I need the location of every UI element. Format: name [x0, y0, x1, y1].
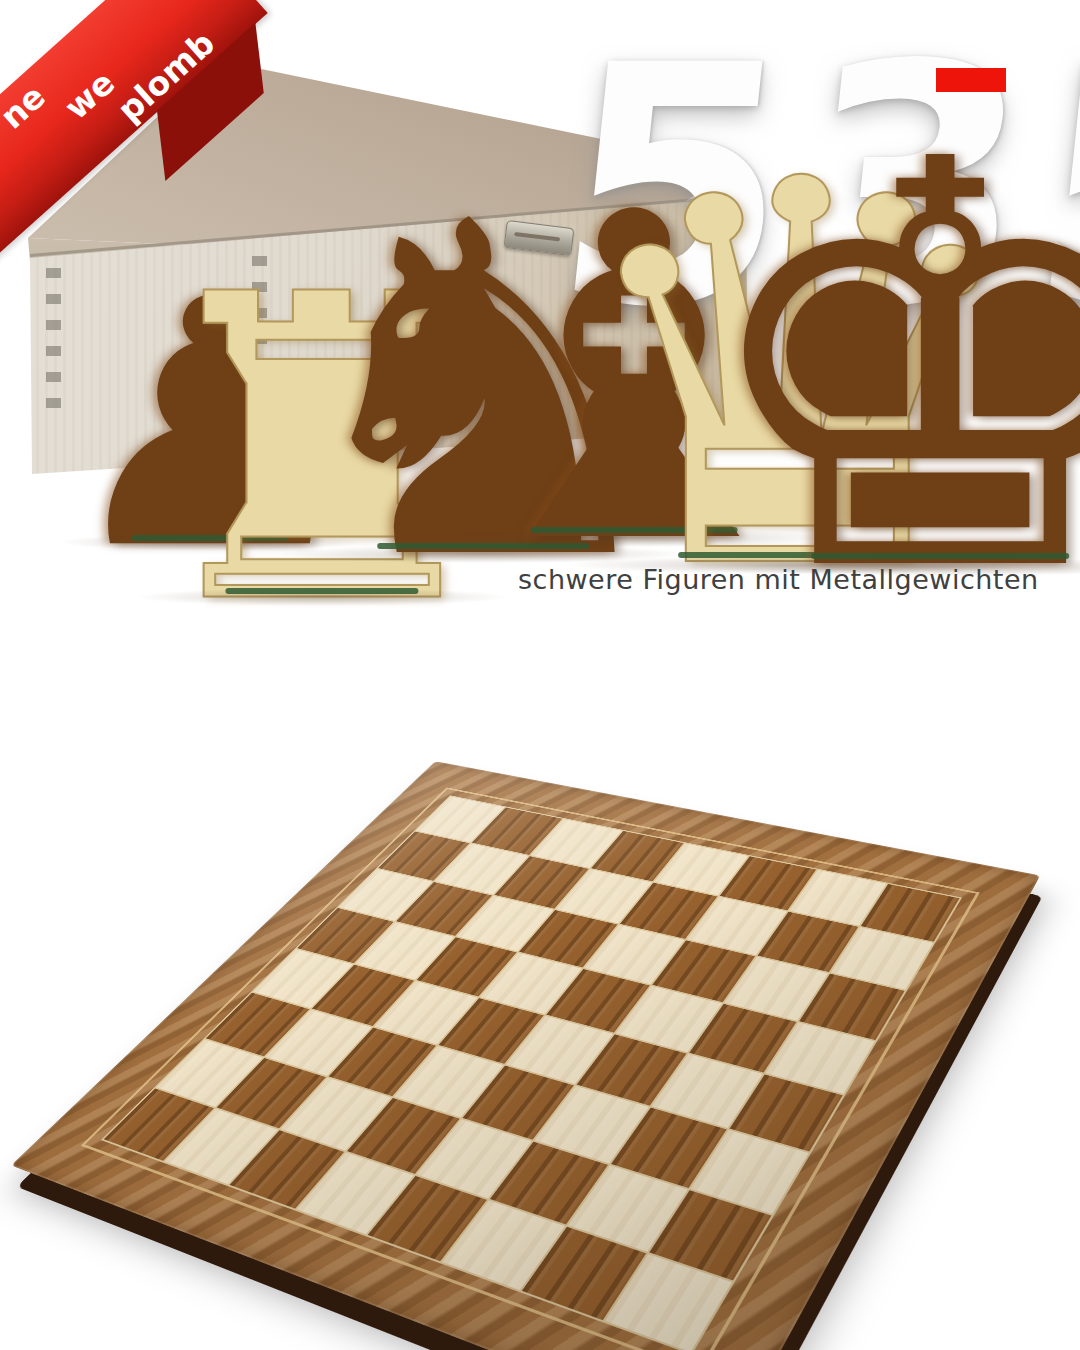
- board-square-e4: [506, 1016, 613, 1084]
- chessboard-scene: [11, 761, 1041, 1350]
- board-square-g2: [568, 1165, 688, 1251]
- board-square-g3: [611, 1108, 726, 1188]
- board-square-g5: [689, 1004, 796, 1073]
- board-square-h4: [729, 1074, 842, 1151]
- board-square-e2: [417, 1119, 532, 1198]
- board-square-f4: [577, 1034, 686, 1105]
- board-square-b1: [165, 1109, 278, 1184]
- felt-pad: [811, 553, 1069, 559]
- board-square-f2: [490, 1141, 607, 1224]
- board-square-h1: [605, 1254, 732, 1350]
- board-square-g4: [651, 1054, 762, 1128]
- pieces-photo-section: 535 ne we plomb ♟ ♜ ♞: [0, 0, 1080, 640]
- board-square-e1: [368, 1176, 488, 1262]
- product-page: 535 ne we plomb ♟ ♜ ♞: [0, 0, 1080, 1350]
- board-square-d2: [347, 1098, 460, 1174]
- ribbon-text-fragment: we: [59, 65, 120, 125]
- board-square-e3: [463, 1066, 574, 1140]
- board-square-a1: [104, 1088, 214, 1161]
- board-square-h3: [691, 1130, 809, 1213]
- chessboard: [11, 761, 1041, 1350]
- ribbon-text-fragment: plomb: [112, 26, 220, 128]
- board-square-c2: [280, 1077, 391, 1150]
- product-caption: schwere Figuren mit Metallgewichten: [518, 564, 1039, 595]
- red-color-swatch: [936, 68, 1006, 92]
- board-square-f1: [442, 1200, 564, 1289]
- board-square-f3: [535, 1086, 648, 1163]
- board-square-d3: [394, 1046, 503, 1117]
- ribbon-text-fragment: ne: [0, 79, 51, 134]
- board-square-g1: [521, 1226, 646, 1320]
- board-square-h2: [649, 1190, 771, 1280]
- board-square-c1: [229, 1130, 344, 1209]
- board-square-h5: [765, 1022, 874, 1094]
- board-square-h6: [799, 973, 905, 1040]
- board-square-d1: [297, 1152, 414, 1234]
